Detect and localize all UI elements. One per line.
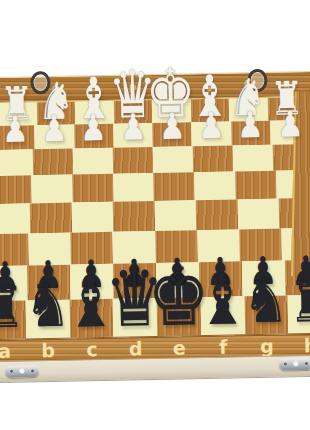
file-label-g: g — [252, 335, 282, 359]
board-scene: abcdefgh ♜♞♝♛♚♝♞♜♟♟♟♟♟♟♟♟♟♟♟♟♟♟♟♟♜♞♝♛♚♝♞… — [0, 0, 310, 430]
black-knight[interactable]: ♞ — [243, 269, 290, 332]
black-rook[interactable]: ♜ — [289, 273, 310, 330]
hinge-icon — [279, 358, 310, 371]
file-label-e: e — [164, 336, 194, 360]
white-pawn[interactable]: ♟ — [80, 110, 107, 147]
file-label-f: f — [208, 335, 238, 359]
white-pawn[interactable]: ♟ — [276, 106, 303, 143]
file-label-h: h — [295, 334, 310, 358]
file-label-d: d — [120, 337, 150, 361]
hinge-icon — [5, 365, 39, 378]
chess-set-photo: abcdefgh ♜♞♝♛♚♝♞♜♟♟♟♟♟♟♟♟♟♟♟♟♟♟♟♟♜♞♝♛♚♝♞… — [0, 0, 310, 430]
white-pawn[interactable]: ♟ — [119, 109, 146, 146]
white-pawn[interactable]: ♟ — [2, 112, 29, 149]
black-bishop[interactable]: ♝ — [196, 264, 249, 335]
file-label-c: c — [77, 338, 107, 362]
file-label-b: b — [33, 339, 63, 363]
white-pawn[interactable]: ♟ — [198, 108, 225, 145]
file-label-a: a — [0, 340, 20, 364]
black-rook[interactable]: ♜ — [0, 279, 25, 336]
white-pawn[interactable]: ♟ — [41, 111, 68, 148]
white-pawn[interactable]: ♟ — [158, 108, 185, 145]
white-pawn[interactable]: ♟ — [237, 107, 264, 144]
